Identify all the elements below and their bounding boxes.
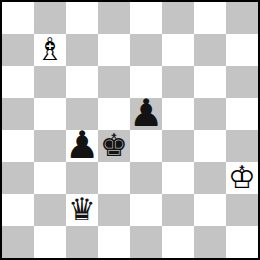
square-e4[interactable] bbox=[130, 130, 162, 162]
square-e8[interactable] bbox=[130, 2, 162, 34]
square-b7[interactable]: ♗ bbox=[34, 34, 66, 66]
square-a5[interactable] bbox=[2, 98, 34, 130]
black-pawn[interactable]: ♟ bbox=[66, 130, 98, 162]
black-queen[interactable]: ♛ bbox=[68, 194, 96, 225]
square-c6[interactable] bbox=[66, 66, 98, 98]
square-a4[interactable] bbox=[2, 130, 34, 162]
square-f6[interactable] bbox=[162, 66, 194, 98]
square-g5[interactable] bbox=[194, 98, 226, 130]
square-e5[interactable]: ♟ bbox=[130, 98, 162, 130]
square-h1[interactable] bbox=[226, 226, 258, 258]
square-g8[interactable] bbox=[194, 2, 226, 34]
square-f5[interactable] bbox=[162, 98, 194, 130]
square-f1[interactable] bbox=[162, 226, 194, 258]
square-h2[interactable] bbox=[226, 194, 258, 226]
square-g4[interactable] bbox=[194, 130, 226, 162]
square-e7[interactable] bbox=[130, 34, 162, 66]
black-pawn[interactable]: ♟ bbox=[130, 98, 162, 130]
square-b1[interactable] bbox=[34, 226, 66, 258]
chess-diagram: ♗♟♟♚♔♛ bbox=[0, 0, 260, 260]
square-d3[interactable] bbox=[98, 162, 130, 194]
square-h4[interactable] bbox=[226, 130, 258, 162]
square-f4[interactable] bbox=[162, 130, 194, 162]
square-b5[interactable] bbox=[34, 98, 66, 130]
square-a1[interactable] bbox=[2, 226, 34, 258]
square-b3[interactable] bbox=[34, 162, 66, 194]
square-a6[interactable] bbox=[2, 66, 34, 98]
square-g6[interactable] bbox=[194, 66, 226, 98]
square-d8[interactable] bbox=[98, 2, 130, 34]
square-d7[interactable] bbox=[98, 34, 130, 66]
chess-board: ♗♟♟♚♔♛ bbox=[0, 0, 260, 260]
square-c1[interactable] bbox=[66, 226, 98, 258]
square-d1[interactable] bbox=[98, 226, 130, 258]
square-e3[interactable] bbox=[130, 162, 162, 194]
square-d5[interactable] bbox=[98, 98, 130, 130]
square-h3[interactable]: ♔ bbox=[226, 162, 258, 194]
square-d4[interactable]: ♚ bbox=[98, 130, 130, 162]
square-b4[interactable] bbox=[34, 130, 66, 162]
square-g1[interactable] bbox=[194, 226, 226, 258]
square-h6[interactable] bbox=[226, 66, 258, 98]
square-b8[interactable] bbox=[34, 2, 66, 34]
square-g2[interactable] bbox=[194, 194, 226, 226]
square-a7[interactable] bbox=[2, 34, 34, 66]
square-c5[interactable] bbox=[66, 98, 98, 130]
square-c3[interactable] bbox=[66, 162, 98, 194]
square-b6[interactable] bbox=[34, 66, 66, 98]
white-bishop[interactable]: ♗ bbox=[36, 34, 64, 65]
square-c7[interactable] bbox=[66, 34, 98, 66]
square-e2[interactable] bbox=[130, 194, 162, 226]
square-f7[interactable] bbox=[162, 34, 194, 66]
square-h5[interactable] bbox=[226, 98, 258, 130]
square-d2[interactable] bbox=[98, 194, 130, 226]
square-a2[interactable] bbox=[2, 194, 34, 226]
square-f3[interactable] bbox=[162, 162, 194, 194]
square-e6[interactable] bbox=[130, 66, 162, 98]
square-g7[interactable] bbox=[194, 34, 226, 66]
square-f2[interactable] bbox=[162, 194, 194, 226]
square-g3[interactable] bbox=[194, 162, 226, 194]
square-c8[interactable] bbox=[66, 2, 98, 34]
square-b2[interactable] bbox=[34, 194, 66, 226]
white-king[interactable]: ♔ bbox=[228, 162, 256, 193]
square-e1[interactable] bbox=[130, 226, 162, 258]
square-f8[interactable] bbox=[162, 2, 194, 34]
square-c2[interactable]: ♛ bbox=[66, 194, 98, 226]
square-a3[interactable] bbox=[2, 162, 34, 194]
square-c4[interactable]: ♟ bbox=[66, 130, 98, 162]
square-h7[interactable] bbox=[226, 34, 258, 66]
square-a8[interactable] bbox=[2, 2, 34, 34]
black-king[interactable]: ♚ bbox=[100, 130, 128, 161]
square-d6[interactable] bbox=[98, 66, 130, 98]
square-h8[interactable] bbox=[226, 2, 258, 34]
